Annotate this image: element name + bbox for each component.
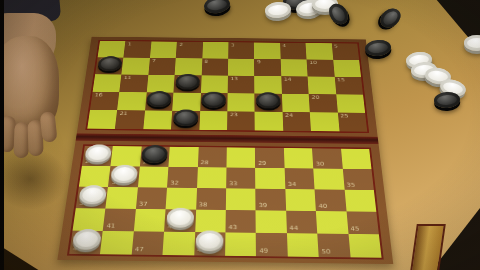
light-square — [254, 43, 280, 60]
light-square — [150, 41, 177, 58]
square-42[interactable]: 42 — [164, 209, 196, 232]
square-13[interactable]: 13 — [228, 76, 255, 94]
square-number: 40 — [318, 204, 327, 210]
light-square — [100, 231, 133, 255]
square-number: 14 — [284, 78, 292, 83]
square-2[interactable]: 2 — [176, 42, 203, 59]
square-number: 30 — [316, 162, 325, 167]
light-square — [93, 74, 122, 92]
light-square — [281, 59, 308, 76]
letterbox-bar-left — [0, 0, 4, 270]
light-square — [344, 190, 376, 212]
black-man-22[interactable] — [173, 110, 199, 127]
square-12[interactable]: 12 — [174, 75, 202, 93]
square-9[interactable]: 9 — [254, 59, 281, 76]
square-number: 1 — [127, 42, 131, 46]
board-half-bottom: 2627282930313233343536373839404142434445… — [57, 141, 393, 264]
square-16[interactable]: 16 — [90, 92, 120, 110]
light-square — [197, 167, 227, 188]
light-square — [122, 58, 150, 75]
light-square — [287, 233, 319, 257]
light-square — [226, 188, 256, 210]
light-square — [316, 211, 348, 234]
light-square — [79, 166, 111, 187]
light-square — [138, 167, 169, 188]
square-20[interactable]: 20 — [309, 94, 338, 112]
square-number: 7 — [152, 59, 156, 63]
light-square — [255, 112, 283, 131]
square-30[interactable]: 30 — [312, 148, 342, 168]
square-1[interactable]: 1 — [124, 41, 152, 58]
board-half-top: 1234567891011121314151617181920212223242… — [77, 37, 378, 137]
light-square — [134, 209, 166, 232]
square-22[interactable]: 22 — [171, 111, 200, 130]
light-square — [166, 188, 197, 210]
square-5[interactable]: 5 — [331, 43, 359, 60]
square-number: 25 — [340, 114, 348, 119]
square-11[interactable]: 11 — [120, 75, 149, 93]
square-number: 5 — [334, 45, 338, 49]
black-man-18[interactable] — [201, 92, 226, 108]
square-17[interactable]: 17 — [145, 92, 174, 110]
black-man-6[interactable] — [97, 56, 122, 71]
square-40[interactable]: 40 — [315, 189, 346, 211]
light-square — [285, 189, 316, 211]
square-number: 15 — [337, 78, 345, 83]
light-square — [310, 112, 339, 131]
square-45[interactable]: 45 — [346, 211, 379, 234]
square-number: 41 — [106, 223, 115, 229]
square-number: 35 — [346, 183, 355, 189]
white-man-26[interactable] — [84, 145, 112, 163]
square-number: 23 — [230, 113, 238, 118]
light-square — [73, 208, 106, 231]
light-square — [169, 147, 199, 167]
light-square — [336, 94, 365, 112]
light-square — [143, 110, 172, 129]
square-number: 39 — [259, 203, 268, 209]
square-32[interactable]: 32 — [167, 167, 197, 188]
light-square — [333, 60, 361, 77]
light-square — [255, 168, 285, 189]
square-48[interactable]: 48 — [194, 232, 226, 256]
square-43[interactable]: 43 — [225, 210, 256, 233]
square-number: 49 — [259, 248, 268, 254]
square-50[interactable]: 50 — [317, 234, 350, 258]
square-7[interactable]: 7 — [148, 58, 176, 75]
board-grid-top: 1234567891011121314151617181920212223242… — [85, 40, 369, 133]
black-man-27[interactable] — [142, 145, 169, 163]
light-square — [225, 232, 256, 256]
square-number: 3 — [231, 43, 235, 47]
white-man-46[interactable] — [71, 229, 101, 250]
square-8[interactable]: 8 — [201, 58, 228, 75]
square-35[interactable]: 35 — [342, 169, 373, 190]
square-29[interactable]: 29 — [255, 148, 284, 168]
square-46[interactable]: 46 — [69, 231, 103, 255]
square-14[interactable]: 14 — [281, 76, 309, 94]
square-47[interactable]: 47 — [131, 231, 164, 255]
square-18[interactable]: 18 — [200, 93, 228, 111]
square-36[interactable]: 36 — [76, 187, 109, 209]
square-27[interactable]: 27 — [140, 146, 170, 166]
light-square — [195, 210, 226, 233]
light-square — [228, 59, 255, 76]
light-square — [348, 234, 381, 258]
light-square — [98, 41, 126, 58]
square-38[interactable]: 38 — [196, 188, 226, 210]
light-square — [106, 187, 138, 209]
square-number: 47 — [135, 247, 144, 253]
white-man-36[interactable] — [78, 185, 107, 204]
light-square — [255, 76, 282, 94]
square-number: 32 — [170, 181, 179, 187]
white-man-48[interactable] — [196, 231, 224, 252]
white-man-31[interactable] — [110, 165, 138, 184]
light-square — [226, 147, 255, 167]
light-square — [256, 210, 287, 233]
light-square — [313, 168, 344, 189]
black-man-19[interactable] — [256, 92, 281, 108]
square-24[interactable]: 24 — [282, 112, 311, 131]
square-49[interactable]: 49 — [256, 233, 288, 257]
light-square — [175, 58, 202, 75]
black-man-17[interactable] — [147, 91, 173, 107]
square-number: 11 — [124, 76, 132, 81]
square-10[interactable]: 10 — [307, 59, 335, 76]
square-number: 38 — [199, 202, 208, 208]
player-hand — [0, 0, 80, 215]
square-44[interactable]: 44 — [286, 211, 317, 234]
square-25[interactable]: 25 — [338, 113, 368, 132]
square-37[interactable]: 37 — [136, 187, 167, 209]
square-number: 4 — [282, 44, 286, 48]
light-square — [117, 92, 146, 110]
square-number: 44 — [289, 226, 298, 232]
square-33[interactable]: 33 — [226, 168, 256, 189]
square-34[interactable]: 34 — [284, 168, 314, 189]
square-3[interactable]: 3 — [228, 42, 254, 59]
light-square — [308, 76, 336, 94]
light-square — [163, 232, 195, 256]
hand-shadow — [0, 148, 68, 210]
square-number: 28 — [200, 160, 208, 165]
light-square — [201, 75, 228, 93]
draughts-board: 1234567891011121314151617181920212223242… — [57, 37, 393, 264]
square-21[interactable]: 21 — [115, 110, 145, 129]
light-square — [227, 93, 255, 111]
square-number: 9 — [257, 60, 261, 64]
square-number: 13 — [230, 77, 238, 82]
square-number: 29 — [258, 161, 266, 166]
light-square — [199, 111, 227, 130]
square-number: 37 — [139, 202, 148, 208]
light-square — [341, 149, 372, 169]
square-number: 50 — [321, 249, 330, 255]
square-number: 20 — [312, 95, 320, 100]
light-square — [111, 146, 142, 166]
light-square — [147, 75, 175, 93]
light-square — [284, 148, 314, 168]
white-man-42[interactable] — [166, 208, 194, 228]
square-number: 24 — [285, 113, 293, 118]
square-41[interactable]: 41 — [103, 209, 136, 232]
square-19[interactable]: 19 — [255, 93, 283, 111]
square-39[interactable]: 39 — [256, 189, 286, 211]
light-square — [282, 94, 310, 112]
square-23[interactable]: 23 — [227, 111, 255, 130]
square-28[interactable]: 28 — [198, 147, 227, 167]
square-6[interactable]: 6 — [95, 57, 124, 74]
square-number: 2 — [179, 43, 183, 47]
black-man-12[interactable] — [175, 74, 200, 90]
light-square — [306, 43, 333, 60]
square-number: 43 — [228, 225, 237, 231]
square-15[interactable]: 15 — [334, 77, 363, 95]
square-number: 16 — [94, 93, 102, 98]
square-number: 21 — [119, 112, 127, 117]
square-4[interactable]: 4 — [280, 43, 307, 60]
table-leg — [409, 224, 446, 270]
square-number: 33 — [229, 181, 237, 187]
square-number: 45 — [350, 226, 359, 232]
square-number: 34 — [288, 182, 297, 188]
board-grid-bottom: 2627282930313233343536373839404142434445… — [67, 144, 384, 259]
light-square — [202, 42, 228, 59]
square-26[interactable]: 26 — [82, 146, 113, 166]
square-number: 10 — [309, 61, 317, 65]
square-number: 8 — [204, 60, 208, 64]
square-31[interactable]: 31 — [108, 166, 139, 187]
photo-frame: 1234567891011121314151617181920212223242… — [0, 0, 480, 270]
light-square — [87, 110, 117, 129]
light-square — [172, 93, 200, 111]
